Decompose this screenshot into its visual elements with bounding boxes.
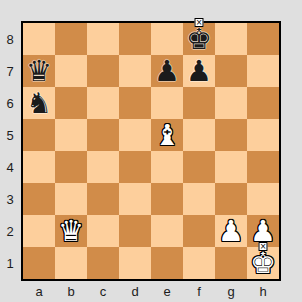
piece-black-queen-a7[interactable]: ♛ — [23, 55, 55, 87]
square-f6[interactable] — [183, 87, 215, 119]
square-e1[interactable] — [151, 247, 183, 279]
square-h8[interactable] — [247, 23, 279, 55]
square-d7[interactable] — [119, 55, 151, 87]
file-label-b: b — [55, 282, 87, 300]
square-a5[interactable] — [23, 119, 55, 151]
square-b7[interactable] — [55, 55, 87, 87]
file-label-c: c — [87, 282, 119, 300]
square-g5[interactable] — [215, 119, 247, 151]
square-d2[interactable] — [119, 215, 151, 247]
square-d3[interactable] — [119, 183, 151, 215]
square-c5[interactable] — [87, 119, 119, 151]
square-g6[interactable] — [215, 87, 247, 119]
file-labels: abcdefgh — [23, 282, 279, 300]
square-b4[interactable] — [55, 151, 87, 183]
square-e6[interactable] — [151, 87, 183, 119]
square-f8[interactable]: ♚× — [183, 23, 215, 55]
rank-label-4: 4 — [0, 151, 20, 183]
square-c3[interactable] — [87, 183, 119, 215]
square-h6[interactable] — [247, 87, 279, 119]
square-e5[interactable]: ♝ — [151, 119, 183, 151]
file-label-a: a — [23, 282, 55, 300]
piece-white-pawn-g2[interactable]: ♟ — [215, 215, 247, 247]
square-h3[interactable] — [247, 183, 279, 215]
square-b6[interactable] — [55, 87, 87, 119]
square-g8[interactable] — [215, 23, 247, 55]
square-d4[interactable] — [119, 151, 151, 183]
square-g4[interactable] — [215, 151, 247, 183]
piece-white-queen-b2[interactable]: ♛ — [55, 215, 87, 247]
square-d8[interactable] — [119, 23, 151, 55]
square-f1[interactable] — [183, 247, 215, 279]
file-label-e: e — [151, 282, 183, 300]
square-a2[interactable] — [23, 215, 55, 247]
square-h4[interactable] — [247, 151, 279, 183]
rank-label-1: 1 — [0, 247, 20, 279]
rank-label-8: 8 — [0, 23, 20, 55]
piece-black-king-f8[interactable]: ♚× — [183, 23, 215, 55]
piece-black-pawn-e7[interactable]: ♟ — [151, 55, 183, 87]
rank-labels: 87654321 — [0, 23, 20, 279]
rank-label-2: 2 — [0, 215, 20, 247]
square-c6[interactable] — [87, 87, 119, 119]
square-c4[interactable] — [87, 151, 119, 183]
square-c2[interactable] — [87, 215, 119, 247]
square-f7[interactable]: ♟ — [183, 55, 215, 87]
piece-black-knight-a6[interactable]: ♞ — [23, 87, 55, 119]
square-a1[interactable] — [23, 247, 55, 279]
square-e3[interactable] — [151, 183, 183, 215]
file-label-f: f — [183, 282, 215, 300]
square-e8[interactable] — [151, 23, 183, 55]
square-d5[interactable] — [119, 119, 151, 151]
square-h5[interactable] — [247, 119, 279, 151]
square-d6[interactable] — [119, 87, 151, 119]
square-g7[interactable] — [215, 55, 247, 87]
square-e4[interactable] — [151, 151, 183, 183]
file-label-g: g — [215, 282, 247, 300]
square-f4[interactable] — [183, 151, 215, 183]
square-e7[interactable]: ♟ — [151, 55, 183, 87]
square-a3[interactable] — [23, 183, 55, 215]
piece-white-king-h1[interactable]: ♚× — [247, 247, 279, 279]
square-a6[interactable]: ♞ — [23, 87, 55, 119]
square-f3[interactable] — [183, 183, 215, 215]
king-marker-icon: × — [195, 18, 204, 27]
king-marker-icon: × — [259, 242, 268, 251]
file-label-h: h — [247, 282, 279, 300]
piece-white-bishop-e5[interactable]: ♝ — [151, 119, 183, 151]
square-b2[interactable]: ♛ — [55, 215, 87, 247]
square-e2[interactable] — [151, 215, 183, 247]
square-b5[interactable] — [55, 119, 87, 151]
square-h7[interactable] — [247, 55, 279, 87]
square-b1[interactable] — [55, 247, 87, 279]
chess-board-window: 87654321 ♚×♛♟♟♞♝♛♟♟♚× abcdefgh — [0, 0, 302, 302]
square-a8[interactable] — [23, 23, 55, 55]
rank-label-7: 7 — [0, 55, 20, 87]
square-d1[interactable] — [119, 247, 151, 279]
square-c8[interactable] — [87, 23, 119, 55]
square-a4[interactable] — [23, 151, 55, 183]
square-c1[interactable] — [87, 247, 119, 279]
rank-label-6: 6 — [0, 87, 20, 119]
square-b8[interactable] — [55, 23, 87, 55]
square-a7[interactable]: ♛ — [23, 55, 55, 87]
square-f5[interactable] — [183, 119, 215, 151]
file-label-d: d — [119, 282, 151, 300]
piece-black-pawn-f7[interactable]: ♟ — [183, 55, 215, 87]
square-c7[interactable] — [87, 55, 119, 87]
rank-label-5: 5 — [0, 119, 20, 151]
square-g3[interactable] — [215, 183, 247, 215]
square-g2[interactable]: ♟ — [215, 215, 247, 247]
square-h1[interactable]: ♚× — [247, 247, 279, 279]
square-f2[interactable] — [183, 215, 215, 247]
rank-label-3: 3 — [0, 183, 20, 215]
chess-board: ♚×♛♟♟♞♝♛♟♟♚× — [21, 21, 281, 281]
square-b3[interactable] — [55, 183, 87, 215]
square-g1[interactable] — [215, 247, 247, 279]
